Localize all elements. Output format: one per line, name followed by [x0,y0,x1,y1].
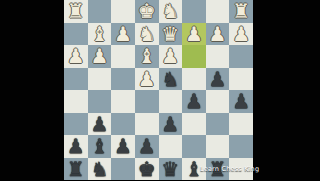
square-g8[interactable]: ♞ [88,158,112,181]
black-pawn[interactable]: ♟ [114,135,132,157]
square-h6[interactable] [64,113,88,136]
square-f6[interactable] [111,113,135,136]
square-h5[interactable] [64,90,88,113]
square-a2[interactable]: ♟ [229,23,253,46]
square-e7[interactable]: ♟ [135,135,159,158]
square-a1[interactable]: ♜ [229,0,253,23]
square-a6[interactable] [229,113,253,136]
square-b3[interactable] [206,45,230,68]
square-f4[interactable] [111,68,135,91]
square-f1[interactable] [111,0,135,23]
square-b5[interactable] [206,90,230,113]
square-d1[interactable]: ♞ [159,0,183,23]
square-h4[interactable] [64,68,88,91]
letterbox-bar-right [253,0,320,180]
square-d2[interactable]: ♛ [159,23,183,46]
chess-board: ♜♚♞♜♝♟♞♛♟♟♟♟♟♝♟♟♞♟♟♟♟♟♟♝♟♟♜♞♚♛♝♜ [64,0,253,180]
watermark-text: Learn Chess King [200,165,259,173]
square-d7[interactable] [159,135,183,158]
square-b7[interactable] [206,135,230,158]
white-pawn[interactable]: ♟ [185,23,203,45]
white-pawn[interactable]: ♟ [90,45,108,67]
square-g2[interactable]: ♝ [88,23,112,46]
square-e4[interactable]: ♟ [135,68,159,91]
black-bishop[interactable]: ♝ [90,135,108,157]
square-e3[interactable]: ♝ [135,45,159,68]
square-f8[interactable] [111,158,135,181]
white-pawn[interactable]: ♟ [232,23,250,45]
white-rook[interactable]: ♜ [232,0,250,22]
white-bishop[interactable]: ♝ [90,23,108,45]
square-e2[interactable]: ♞ [135,23,159,46]
square-g5[interactable] [88,90,112,113]
black-queen[interactable]: ♛ [161,158,179,180]
square-h1[interactable]: ♜ [64,0,88,23]
black-rook[interactable]: ♜ [67,158,85,180]
black-pawn[interactable]: ♟ [161,113,179,135]
square-g7[interactable]: ♝ [88,135,112,158]
square-d5[interactable] [159,90,183,113]
video-frame: ♜♚♞♜♝♟♞♛♟♟♟♟♟♝♟♟♞♟♟♟♟♟♟♝♟♟♜♞♚♛♝♜ Learn C… [0,0,320,180]
square-c1[interactable] [182,0,206,23]
square-g4[interactable] [88,68,112,91]
white-pawn[interactable]: ♟ [209,23,227,45]
black-pawn[interactable]: ♟ [138,135,156,157]
square-g3[interactable]: ♟ [88,45,112,68]
square-h8[interactable]: ♜ [64,158,88,181]
black-knight[interactable]: ♞ [161,68,179,90]
square-d6[interactable]: ♟ [159,113,183,136]
white-bishop[interactable]: ♝ [138,45,156,67]
square-e5[interactable] [135,90,159,113]
white-queen[interactable]: ♛ [161,23,179,45]
square-b4[interactable]: ♟ [206,68,230,91]
white-pawn[interactable]: ♟ [138,68,156,90]
square-c6[interactable] [182,113,206,136]
square-f7[interactable]: ♟ [111,135,135,158]
square-g6[interactable]: ♟ [88,113,112,136]
black-pawn[interactable]: ♟ [232,90,250,112]
square-c5[interactable]: ♟ [182,90,206,113]
square-c4[interactable] [182,68,206,91]
square-c2[interactable]: ♟ [182,23,206,46]
square-a3[interactable] [229,45,253,68]
white-knight[interactable]: ♞ [161,0,179,22]
square-f5[interactable] [111,90,135,113]
square-a4[interactable] [229,68,253,91]
black-king[interactable]: ♚ [138,158,156,180]
square-b2[interactable]: ♟ [206,23,230,46]
black-pawn[interactable]: ♟ [90,113,108,135]
white-pawn[interactable]: ♟ [114,23,132,45]
square-c3[interactable] [182,45,206,68]
square-f3[interactable] [111,45,135,68]
square-h7[interactable]: ♟ [64,135,88,158]
black-pawn[interactable]: ♟ [185,90,203,112]
square-c7[interactable] [182,135,206,158]
white-knight[interactable]: ♞ [138,23,156,45]
square-a7[interactable] [229,135,253,158]
square-d4[interactable]: ♞ [159,68,183,91]
square-a5[interactable]: ♟ [229,90,253,113]
square-e8[interactable]: ♚ [135,158,159,181]
white-rook[interactable]: ♜ [67,0,85,22]
square-b6[interactable] [206,113,230,136]
white-king[interactable]: ♚ [138,0,156,22]
black-pawn[interactable]: ♟ [67,135,85,157]
square-d8[interactable]: ♛ [159,158,183,181]
square-d3[interactable]: ♟ [159,45,183,68]
square-e1[interactable]: ♚ [135,0,159,23]
white-pawn[interactable]: ♟ [67,45,85,67]
square-b1[interactable] [206,0,230,23]
square-e6[interactable] [135,113,159,136]
black-knight[interactable]: ♞ [90,158,108,180]
letterbox-bar-left [0,0,64,180]
white-pawn[interactable]: ♟ [161,45,179,67]
square-h2[interactable] [64,23,88,46]
square-g1[interactable] [88,0,112,23]
square-f2[interactable]: ♟ [111,23,135,46]
black-pawn[interactable]: ♟ [209,68,227,90]
square-h3[interactable]: ♟ [64,45,88,68]
